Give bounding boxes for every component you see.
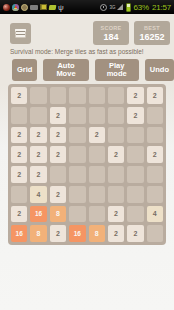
empty-cell-r6c7 [127, 186, 143, 203]
gold-circle-icon [21, 4, 28, 11]
header-row: SCORE 184 BEST 16252 [0, 14, 174, 45]
signal-triangle-icon [117, 4, 123, 10]
flag-icon [49, 5, 57, 10]
score-box: SCORE 184 [93, 21, 129, 45]
auto-move-button[interactable]: Auto Move [43, 59, 88, 81]
game-app: SCORE 184 BEST 16252 Survival mode: Merg… [0, 14, 174, 310]
tile-16-r7c2: 16 [30, 206, 46, 223]
tile-2-r4c1: 2 [11, 146, 27, 163]
tile-2-r1c7: 2 [127, 87, 143, 104]
chrome-icon [12, 4, 19, 11]
empty-cell-r5c7 [127, 166, 143, 183]
tile-4-r6c2: 4 [30, 186, 46, 203]
tile-2-r2c3: 2 [50, 107, 66, 124]
empty-cell-r2c5 [89, 107, 105, 124]
score-value: 184 [103, 32, 118, 42]
tile-2-r8c7: 2 [127, 225, 143, 242]
empty-cell-r5c3 [50, 166, 66, 183]
clock: 21:57 [152, 3, 171, 12]
tile-8-r8c2: 8 [30, 225, 46, 242]
battery-icon [126, 3, 131, 12]
undo-button[interactable]: Undo [145, 59, 174, 81]
empty-cell-r6c1 [11, 186, 27, 203]
empty-cell-r6c8 [147, 186, 163, 203]
empty-cell-r7c5 [89, 206, 105, 223]
signal-icon: 3G [110, 4, 123, 10]
tile-2-r7c1: 2 [11, 206, 27, 223]
empty-cell-r5c5 [89, 166, 105, 183]
empty-cell-r2c6 [108, 107, 124, 124]
menu-list-icon [15, 29, 26, 38]
empty-cell-r3c4 [69, 127, 85, 144]
record-icon [3, 4, 10, 11]
tile-16-r8c1: 16 [11, 225, 27, 242]
mail-icon [30, 5, 38, 10]
empty-cell-r1c2 [30, 87, 46, 104]
menu-button[interactable] [10, 23, 31, 44]
tile-2-r1c1: 2 [11, 87, 27, 104]
tile-2-r5c1: 2 [11, 166, 27, 183]
mode-message: Survival mode: Merge tiles as fast as po… [0, 45, 174, 56]
tile-2-r4c2: 2 [30, 146, 46, 163]
tile-2-r1c8: 2 [147, 87, 163, 104]
toolbar: Grid Auto Move Play mode Undo [0, 56, 174, 81]
empty-cell-r1c6 [108, 87, 124, 104]
best-value: 16252 [139, 32, 164, 42]
empty-cell-r2c4 [69, 107, 85, 124]
tile-2-r8c6: 2 [108, 225, 124, 242]
score-label: SCORE [100, 25, 121, 32]
tile-2-r2c7: 2 [127, 107, 143, 124]
empty-cell-r4c4 [69, 146, 85, 163]
empty-cell-r4c7 [127, 146, 143, 163]
play-mode-button[interactable]: Play mode [95, 59, 139, 81]
network-type-label: 3G [110, 5, 116, 10]
empty-cell-r1c4 [69, 87, 85, 104]
tile-4-r7c8: 4 [147, 206, 163, 223]
empty-cell-r5c8 [147, 166, 163, 183]
notification-icons: ψ [3, 4, 64, 11]
empty-cell-r4c5 [89, 146, 105, 163]
tile-2-r3c3: 2 [50, 127, 66, 144]
empty-cell-r2c8 [147, 107, 163, 124]
tile-2-r6c3: 2 [50, 186, 66, 203]
alarm-icon [100, 4, 107, 11]
empty-cell-r8c8 [147, 225, 163, 242]
status-indicators: 3G 63% 21:57 [100, 3, 171, 12]
tile-2-r3c5: 2 [89, 127, 105, 144]
empty-cell-r1c3 [50, 87, 66, 104]
status-bar: ψ 3G 63% 21:57 [0, 0, 174, 14]
board-grid[interactable]: 222222222222222242216824168216822 [8, 84, 166, 245]
empty-cell-r3c8 [147, 127, 163, 144]
tile-2-r4c6: 2 [108, 146, 124, 163]
empty-cell-r7c4 [69, 206, 85, 223]
empty-cell-r6c6 [108, 186, 124, 203]
best-label: BEST [144, 25, 160, 32]
tile-2-r3c2: 2 [30, 127, 46, 144]
empty-cell-r2c1 [11, 107, 27, 124]
tile-8-r8c5: 8 [89, 225, 105, 242]
empty-cell-r5c6 [108, 166, 124, 183]
phone-screen: ψ 3G 63% 21:57 SCORE 184 BEST 16 [0, 0, 174, 310]
tile-8-r7c3: 8 [50, 206, 66, 223]
grid-button[interactable]: Grid [12, 59, 37, 81]
empty-cell-r6c4 [69, 186, 85, 203]
tile-16-r8c4: 16 [69, 225, 85, 242]
tile-2-r7c6: 2 [108, 206, 124, 223]
tile-2-r8c3: 2 [50, 225, 66, 242]
usb-icon: ψ [58, 4, 64, 11]
tile-2-r3c1: 2 [11, 127, 27, 144]
tile-2-r5c2: 2 [30, 166, 46, 183]
tile-2-r4c8: 2 [147, 146, 163, 163]
best-box: BEST 16252 [134, 21, 170, 45]
empty-cell-r5c4 [69, 166, 85, 183]
tile-2-r4c3: 2 [50, 146, 66, 163]
grid-app-icon [40, 4, 47, 10]
empty-cell-r1c5 [89, 87, 105, 104]
battery-percent: 63% [134, 3, 149, 12]
empty-cell-r3c7 [127, 127, 143, 144]
empty-cell-r3c6 [108, 127, 124, 144]
empty-cell-r6c5 [89, 186, 105, 203]
empty-cell-r7c7 [127, 206, 143, 223]
empty-cell-r2c2 [30, 107, 46, 124]
